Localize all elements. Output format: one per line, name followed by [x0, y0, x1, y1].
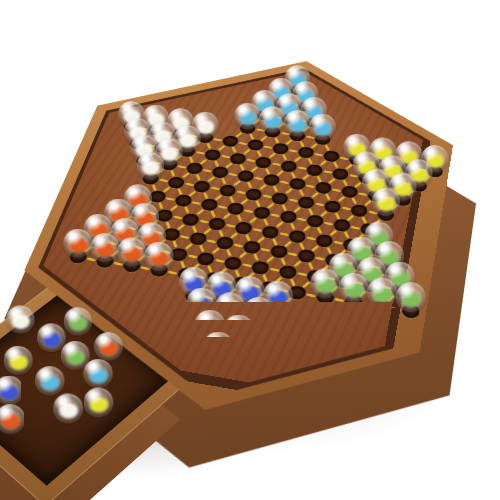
- marble-cyan[interactable]: [309, 113, 336, 140]
- board-cell: [142, 259, 176, 282]
- hole[interactable]: [196, 251, 216, 266]
- hole[interactable]: [271, 192, 290, 206]
- hole[interactable]: [341, 185, 359, 198]
- hole[interactable]: [244, 188, 263, 202]
- board-cell: [308, 178, 338, 198]
- star-grid: [29, 62, 459, 406]
- hole[interactable]: [278, 264, 298, 279]
- scene: [0, 0, 500, 500]
- hole[interactable]: [297, 146, 315, 159]
- hole[interactable]: [261, 225, 280, 239]
- hole[interactable]: [251, 260, 271, 275]
- hole[interactable]: [188, 232, 208, 246]
- hole[interactable]: [262, 173, 280, 186]
- marble-green[interactable]: [310, 269, 340, 299]
- hole[interactable]: [306, 164, 324, 177]
- hole[interactable]: [297, 249, 316, 264]
- marble-orange[interactable]: [90, 233, 119, 262]
- drawer-marble-yellow[interactable]: [3, 346, 32, 375]
- hole[interactable]: [226, 202, 245, 216]
- board-cell: [335, 182, 365, 202]
- hole[interactable]: [280, 160, 298, 173]
- marble-cyan[interactable]: [234, 103, 260, 129]
- hole[interactable]: [203, 148, 222, 161]
- board-cell: [395, 299, 427, 323]
- board-cell: [194, 194, 226, 215]
- board-cell: [201, 213, 233, 234]
- hole[interactable]: [229, 152, 247, 165]
- marble-orange[interactable]: [117, 238, 146, 267]
- hole[interactable]: [297, 196, 316, 210]
- hole[interactable]: [252, 206, 271, 220]
- marble-cyan[interactable]: [284, 110, 310, 136]
- hole[interactable]: [333, 218, 352, 232]
- board-cell: [291, 192, 322, 213]
- hole[interactable]: [272, 142, 290, 155]
- drawer-marble-orange[interactable]: [94, 332, 123, 361]
- drawer-marble-orange[interactable]: [0, 404, 25, 434]
- hole[interactable]: [218, 184, 237, 197]
- hole[interactable]: [288, 177, 306, 190]
- board-cell: [309, 286, 342, 310]
- marble-blue[interactable]: [203, 332, 234, 363]
- hole[interactable]: [323, 150, 341, 163]
- hole[interactable]: [192, 180, 211, 193]
- hole[interactable]: [236, 170, 255, 183]
- hole[interactable]: [174, 194, 193, 208]
- marble-green[interactable]: [367, 278, 397, 308]
- hole[interactable]: [314, 181, 332, 194]
- hole[interactable]: [246, 139, 264, 152]
- hole[interactable]: [288, 229, 307, 243]
- board: [0, 26, 500, 470]
- hole[interactable]: [200, 198, 219, 212]
- hole[interactable]: [185, 162, 204, 175]
- hole[interactable]: [350, 204, 368, 218]
- hole[interactable]: [207, 217, 226, 231]
- marble-orange[interactable]: [144, 242, 173, 271]
- board-cell: [256, 170, 287, 190]
- drawer-marble-blue[interactable]: [37, 323, 66, 352]
- marble-yellow[interactable]: [372, 187, 400, 215]
- product-photo-scene: [0, 0, 500, 500]
- hole[interactable]: [215, 236, 235, 250]
- hole[interactable]: [234, 221, 253, 235]
- hole[interactable]: [223, 256, 243, 271]
- drawer-marble-yellow[interactable]: [84, 387, 114, 417]
- hole[interactable]: [331, 167, 349, 180]
- board-cell: [317, 196, 348, 217]
- hole[interactable]: [306, 214, 325, 228]
- marble-white[interactable]: [137, 152, 164, 179]
- marble-orange[interactable]: [63, 229, 92, 258]
- hole[interactable]: [269, 244, 288, 259]
- drawer-marble-white[interactable]: [6, 305, 34, 333]
- hole[interactable]: [254, 156, 272, 169]
- hole[interactable]: [315, 233, 334, 247]
- board-cell: [337, 290, 369, 314]
- board-cell: [264, 188, 295, 208]
- board-cell: [366, 295, 398, 319]
- hole[interactable]: [242, 240, 262, 255]
- hole[interactable]: [221, 135, 239, 147]
- drawer-marble-blue[interactable]: [0, 376, 24, 406]
- hole[interactable]: [323, 200, 341, 214]
- hole[interactable]: [167, 176, 186, 189]
- marble-green[interactable]: [339, 273, 369, 303]
- drawer-marble-cyan[interactable]: [35, 366, 64, 395]
- drawer-marble-white[interactable]: [54, 394, 84, 424]
- hole[interactable]: [211, 166, 230, 179]
- hole[interactable]: [279, 210, 298, 224]
- drawer-marble-cyan[interactable]: [83, 358, 112, 387]
- marble-cyan[interactable]: [259, 106, 285, 132]
- marble-green[interactable]: [396, 282, 426, 312]
- hole[interactable]: [181, 213, 201, 227]
